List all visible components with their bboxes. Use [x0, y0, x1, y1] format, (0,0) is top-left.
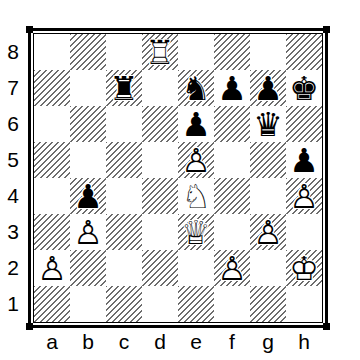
black-pawn: ♟ [178, 106, 214, 142]
square-f7[interactable]: ♟ [214, 70, 250, 106]
square-b1[interactable] [70, 286, 106, 322]
square-h2[interactable]: ♚♔ [286, 250, 322, 286]
square-e1[interactable] [178, 286, 214, 322]
square-d2[interactable] [142, 250, 178, 286]
square-f4[interactable] [214, 178, 250, 214]
white-pawn: ♙ [286, 178, 322, 214]
square-e6[interactable]: ♟ [178, 106, 214, 142]
white-pawn-fill: ♟ [250, 214, 286, 250]
white-pawn: ♙ [34, 250, 70, 286]
black-pawn: ♟ [250, 70, 286, 106]
square-c3[interactable] [106, 214, 142, 250]
square-d7[interactable] [142, 70, 178, 106]
white-pawn-fill: ♟ [34, 250, 70, 286]
white-rook: ♖ [142, 34, 178, 70]
corner-mark-top-right [323, 26, 330, 33]
square-a7[interactable] [34, 70, 70, 106]
square-g5[interactable] [250, 142, 286, 178]
square-a6[interactable] [34, 106, 70, 142]
square-f8[interactable] [214, 34, 250, 70]
square-h5[interactable]: ♟ [286, 142, 322, 178]
white-pawn: ♙ [178, 142, 214, 178]
square-c8[interactable] [106, 34, 142, 70]
square-b3[interactable]: ♟♙ [70, 214, 106, 250]
corner-mark-top-left [26, 26, 33, 33]
square-a1[interactable] [34, 286, 70, 322]
square-c4[interactable] [106, 178, 142, 214]
square-d5[interactable] [142, 142, 178, 178]
rank-label-2: 2 [0, 250, 26, 286]
file-label-e: e [178, 330, 214, 356]
black-king: ♚ [286, 70, 322, 106]
rank-label-7: 7 [0, 70, 26, 106]
square-d3[interactable] [142, 214, 178, 250]
black-pawn: ♟ [286, 142, 322, 178]
square-a2[interactable]: ♟♙ [34, 250, 70, 286]
square-a3[interactable] [34, 214, 70, 250]
square-g8[interactable] [250, 34, 286, 70]
square-b8[interactable] [70, 34, 106, 70]
file-label-f: f [214, 330, 250, 356]
black-queen: ♛ [250, 106, 286, 142]
square-g7[interactable]: ♟ [250, 70, 286, 106]
square-g4[interactable] [250, 178, 286, 214]
square-h1[interactable] [286, 286, 322, 322]
white-king-fill: ♚ [286, 250, 322, 286]
white-pawn: ♙ [214, 250, 250, 286]
square-h7[interactable]: ♚ [286, 70, 322, 106]
corner-mark-bottom-left [26, 323, 33, 330]
square-c6[interactable] [106, 106, 142, 142]
white-queen-fill: ♛ [178, 214, 214, 250]
square-f3[interactable] [214, 214, 250, 250]
square-d4[interactable] [142, 178, 178, 214]
square-e5[interactable]: ♟♙ [178, 142, 214, 178]
black-rook: ♜ [106, 70, 142, 106]
rank-label-5: 5 [0, 142, 26, 178]
square-c5[interactable] [106, 142, 142, 178]
white-knight-fill: ♞ [178, 178, 214, 214]
square-b2[interactable] [70, 250, 106, 286]
square-b7[interactable] [70, 70, 106, 106]
white-pawn-fill: ♟ [70, 214, 106, 250]
white-rook-fill: ♜ [142, 34, 178, 70]
file-labels: abcdefgh [34, 330, 322, 356]
square-d8[interactable]: ♜♖ [142, 34, 178, 70]
file-label-a: a [34, 330, 70, 356]
square-g2[interactable] [250, 250, 286, 286]
square-f6[interactable] [214, 106, 250, 142]
white-queen: ♕ [178, 214, 214, 250]
square-f2[interactable]: ♟♙ [214, 250, 250, 286]
square-c7[interactable]: ♜ [106, 70, 142, 106]
file-label-c: c [106, 330, 142, 356]
black-pawn: ♟ [214, 70, 250, 106]
square-a4[interactable] [34, 178, 70, 214]
file-label-d: d [142, 330, 178, 356]
rank-labels: 87654321 [0, 34, 26, 322]
board-frame: ♜♖♜♞♟♟♚♟♛♟♙♟♟♞♘♟♙♟♙♛♕♟♙♟♙♟♙♚♔ [28, 28, 328, 328]
rank-label-1: 1 [0, 286, 26, 322]
square-h3[interactable] [286, 214, 322, 250]
rank-label-8: 8 [0, 34, 26, 70]
square-h6[interactable] [286, 106, 322, 142]
square-b4[interactable]: ♟ [70, 178, 106, 214]
square-b5[interactable] [70, 142, 106, 178]
square-g3[interactable]: ♟♙ [250, 214, 286, 250]
square-g6[interactable]: ♛ [250, 106, 286, 142]
square-h4[interactable]: ♟♙ [286, 178, 322, 214]
square-d6[interactable] [142, 106, 178, 142]
square-a5[interactable] [34, 142, 70, 178]
white-pawn-fill: ♟ [178, 142, 214, 178]
square-f5[interactable] [214, 142, 250, 178]
rank-label-6: 6 [0, 106, 26, 142]
square-b6[interactable] [70, 106, 106, 142]
chess-board: ♜♖♜♞♟♟♚♟♛♟♙♟♟♞♘♟♙♟♙♛♕♟♙♟♙♟♙♚♔ [34, 34, 322, 322]
file-label-g: g [250, 330, 286, 356]
file-label-b: b [70, 330, 106, 356]
white-king: ♔ [286, 250, 322, 286]
corner-mark-bottom-right [323, 323, 330, 330]
square-a8[interactable] [34, 34, 70, 70]
black-pawn: ♟ [70, 178, 106, 214]
square-e3[interactable]: ♛♕ [178, 214, 214, 250]
board-inner-border: ♜♖♜♞♟♟♚♟♛♟♙♟♟♞♘♟♙♟♙♛♕♟♙♟♙♟♙♚♔ [33, 33, 323, 323]
black-knight: ♞ [178, 70, 214, 106]
square-f1[interactable] [214, 286, 250, 322]
square-e2[interactable] [178, 250, 214, 286]
square-e4[interactable]: ♞♘ [178, 178, 214, 214]
white-pawn: ♙ [250, 214, 286, 250]
square-c1[interactable] [106, 286, 142, 322]
white-pawn-fill: ♟ [286, 178, 322, 214]
rank-label-3: 3 [0, 214, 26, 250]
white-pawn-fill: ♟ [214, 250, 250, 286]
white-pawn: ♙ [70, 214, 106, 250]
file-label-h: h [286, 330, 322, 356]
square-g1[interactable] [250, 286, 286, 322]
square-d1[interactable] [142, 286, 178, 322]
white-knight: ♘ [178, 178, 214, 214]
rank-label-4: 4 [0, 178, 26, 214]
square-h8[interactable] [286, 34, 322, 70]
square-e7[interactable]: ♞ [178, 70, 214, 106]
square-e8[interactable] [178, 34, 214, 70]
square-c2[interactable] [106, 250, 142, 286]
